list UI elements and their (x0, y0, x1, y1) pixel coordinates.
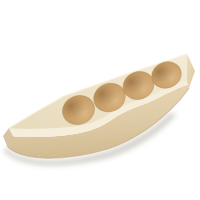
wooden-mancala-board (0, 0, 200, 200)
wood-grain-overlay (3, 54, 195, 158)
photo-background (0, 0, 200, 200)
